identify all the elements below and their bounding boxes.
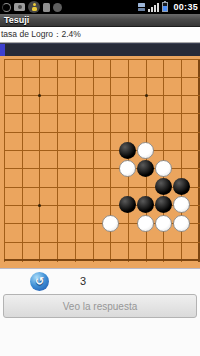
achievement-rate-row: tasa de Logro：2.4% [0,28,200,43]
clock-text: 00:35 [173,2,198,12]
stone-black [137,196,154,213]
board-hline [4,150,200,151]
stone-black [137,160,154,177]
achievement-rate-label: tasa de Logro：2.4% [1,29,81,41]
notification-icon-2 [53,3,62,12]
stone-white [137,142,154,159]
board-vline [75,59,76,262]
star-point [145,94,148,97]
status-bar: 00:35 [0,0,200,14]
camera-icon [14,3,25,11]
board-hline [4,77,200,78]
show-answer-button[interactable]: Veo la respuesta [3,294,197,318]
stone-white [155,215,172,232]
board-hline [4,113,200,114]
stone-black [119,196,136,213]
stone-white [173,215,190,232]
board-vline [93,59,94,262]
board-vline [198,59,200,262]
app-notification-icon [28,1,40,13]
undo-button[interactable]: ↺ [30,272,49,291]
stone-white [173,196,190,213]
attempts-counter: 3 [80,275,86,287]
app-title: Tesuji [4,15,29,25]
stone-white [155,160,172,177]
battery-icon [162,2,168,12]
stone-black [155,196,172,213]
notification-icon-1 [43,3,50,12]
board-vline [4,59,5,262]
board-hline [4,259,200,261]
board-hline [4,132,200,133]
star-point [38,204,41,207]
star-point [38,94,41,97]
title-bar: Tesuji [0,14,200,27]
progress-bar-fill [0,44,5,56]
board-vline [22,59,23,262]
data-network-icon [138,3,145,10]
stone-white [119,160,136,177]
board-hline [4,59,200,60]
board-vline [57,59,58,262]
stone-black [155,178,172,195]
status-icons-right: 00:35 [138,2,198,12]
stone-black [173,178,190,195]
board-hline [4,242,200,243]
board-hline [4,95,200,96]
stone-black [119,142,136,159]
stone-white [137,215,154,232]
progress-bar [0,43,200,56]
stone-white [102,215,119,232]
go-board[interactable] [0,56,200,269]
signal-icon [148,3,159,12]
sync-icon [2,3,11,12]
status-icons-left [2,1,62,13]
board-vline [39,59,40,262]
bottom-panel: ↺ 3 Veo la respuesta [0,269,200,356]
